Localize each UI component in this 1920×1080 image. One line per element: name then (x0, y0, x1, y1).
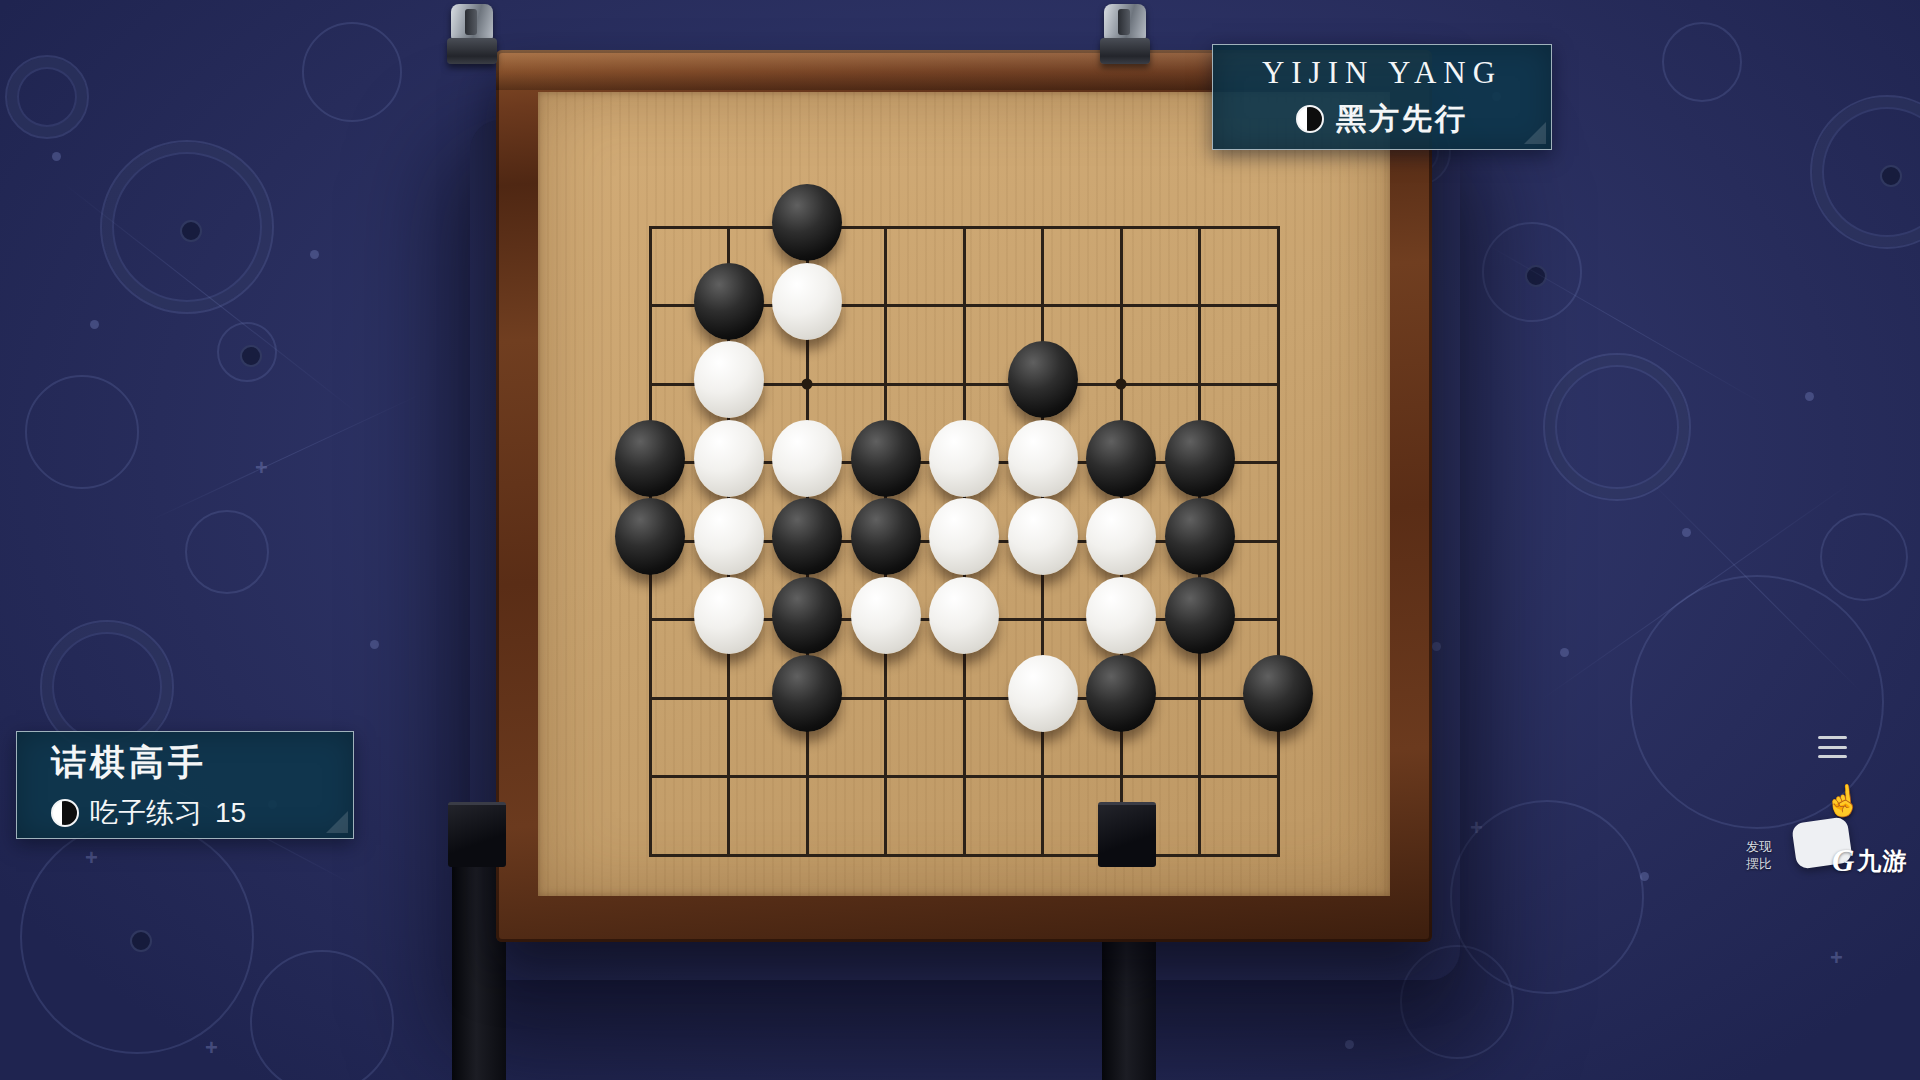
circuit-dot (90, 320, 99, 329)
circuit-ring (302, 22, 402, 122)
circuit-plus: + (1470, 815, 1483, 841)
puzzle-subtitle-row: 吃子练习 15 (51, 794, 353, 832)
turn-label: 黑方先行 (1336, 99, 1468, 140)
circuit-dot (1805, 392, 1814, 401)
circuit-plus: + (205, 1035, 218, 1061)
player-info-panel: YIJIN YANG 黑方先行 (1212, 44, 1552, 150)
grid-line-horizontal (649, 854, 1280, 857)
easel-bracket-left (448, 802, 506, 867)
white-stone[interactable] (1086, 498, 1156, 575)
black-stone[interactable] (1086, 655, 1156, 732)
circuit-dot (370, 640, 379, 649)
black-stone[interactable] (1243, 655, 1313, 732)
black-stone[interactable] (772, 498, 842, 575)
turn-indicator: 黑方先行 (1296, 99, 1468, 140)
circuit-dot (310, 250, 319, 259)
circuit-ring (1810, 95, 1920, 249)
white-stone[interactable] (694, 576, 764, 653)
white-stone[interactable] (772, 419, 842, 496)
black-stone[interactable] (851, 498, 921, 575)
circuit-ring-core (240, 345, 262, 367)
watermark: G 九游 (1832, 843, 1907, 879)
star-point (802, 379, 813, 390)
white-stone[interactable] (929, 419, 999, 496)
circuit-dot (1560, 648, 1569, 657)
circuit-trace-line (150, 393, 422, 521)
puzzle-info-panel: 诘棋高手 吃子练习 15 (16, 731, 354, 839)
circuit-ring (185, 510, 269, 594)
hamburger-menu-icon[interactable] (1818, 736, 1847, 758)
circuit-dot (1345, 1040, 1354, 1049)
circuit-ring (1662, 22, 1742, 102)
pointing-hand-cursor-icon: ☝ (1822, 781, 1863, 820)
hint-line1: 发现 (1746, 838, 1772, 855)
white-stone[interactable] (851, 576, 921, 653)
white-stone[interactable] (1086, 576, 1156, 653)
grid-line-horizontal (649, 775, 1280, 778)
white-stone[interactable] (694, 498, 764, 575)
white-stone[interactable] (694, 341, 764, 418)
circuit-ring-core (1880, 165, 1902, 187)
black-stone[interactable] (1086, 419, 1156, 496)
puzzle-category: 吃子练习 (90, 794, 202, 832)
black-stone[interactable] (851, 419, 921, 496)
white-stone[interactable] (1008, 419, 1078, 496)
circuit-ring (1820, 513, 1908, 601)
black-stone[interactable] (615, 419, 685, 496)
white-stone[interactable] (929, 576, 999, 653)
circuit-ring-core (130, 930, 152, 952)
grid-line-horizontal (649, 697, 1280, 700)
circuit-dot (1682, 528, 1691, 537)
star-point (1116, 379, 1127, 390)
white-stone[interactable] (929, 498, 999, 575)
black-stone[interactable] (1165, 419, 1235, 496)
white-stone[interactable] (1008, 655, 1078, 732)
puzzle-stone-icon (51, 799, 79, 827)
grid-line-vertical (1277, 226, 1280, 857)
black-stone[interactable] (772, 184, 842, 261)
black-stone[interactable] (772, 655, 842, 732)
black-stone-icon (1296, 105, 1324, 133)
circuit-dot (52, 152, 61, 161)
hint-text: 发现 摆比 (1746, 838, 1772, 872)
brand-name: 九游 (1857, 845, 1907, 877)
circuit-ring (250, 950, 394, 1080)
black-stone[interactable] (694, 262, 764, 339)
black-stone[interactable] (772, 576, 842, 653)
hint-line2: 摆比 (1746, 855, 1772, 872)
black-stone[interactable] (1165, 576, 1235, 653)
white-stone[interactable] (694, 419, 764, 496)
game-screen: ++++++ YIJIN YANG 黑方先行 诘棋高手 吃子练习 15 ☝ (0, 0, 1920, 1080)
white-stone[interactable] (772, 262, 842, 339)
circuit-ring (5, 55, 89, 139)
puzzle-number: 15 (215, 797, 246, 829)
circuit-plus: + (1830, 945, 1843, 971)
easel-bracket-right (1098, 802, 1156, 867)
brand-logo-icon: G (1832, 843, 1854, 879)
black-stone[interactable] (1165, 498, 1235, 575)
circuit-ring-core (180, 220, 202, 242)
puzzle-title: 诘棋高手 (51, 739, 353, 786)
black-stone[interactable] (615, 498, 685, 575)
circuit-ring (1543, 353, 1691, 501)
player-title: YIJIN YANG (1262, 55, 1502, 91)
black-stone[interactable] (1008, 341, 1078, 418)
circuit-ring (25, 375, 139, 489)
white-stone[interactable] (1008, 498, 1078, 575)
circuit-plus: + (85, 845, 98, 871)
circuit-dot (1640, 872, 1649, 881)
